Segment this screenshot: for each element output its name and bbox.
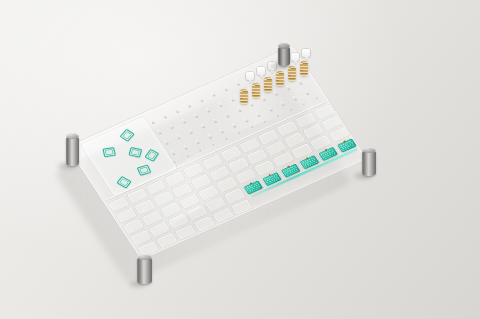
switch-top-housing-piece — [116, 176, 131, 189]
peg-pin — [157, 130, 161, 134]
peg-cell — [229, 76, 243, 87]
peg-pin — [272, 65, 276, 69]
peg-cell — [163, 119, 177, 130]
peg-cell — [226, 118, 240, 129]
hole-dot — [277, 115, 280, 117]
peg-pin — [261, 96, 265, 100]
peg-cell — [181, 98, 195, 109]
peg-pin — [248, 76, 252, 80]
peg-pin — [169, 124, 173, 128]
peg-pin — [274, 91, 278, 95]
peg-cell — [189, 134, 203, 145]
peg-cell — [156, 109, 170, 120]
peg-pin — [268, 107, 272, 111]
peg-pin — [163, 114, 167, 118]
peg-cell — [274, 96, 288, 107]
peg-cell — [212, 97, 226, 108]
peg-pin — [260, 70, 264, 74]
peg-pin — [188, 129, 192, 133]
peg-cell — [231, 102, 245, 113]
hole-dot — [264, 121, 267, 123]
peg-pin — [305, 90, 309, 94]
photo-scene — [0, 0, 480, 319]
peg-cell — [292, 75, 306, 86]
switch-top-housing-piece — [128, 147, 142, 158]
peg-pin — [286, 86, 290, 90]
hole-dot — [173, 161, 176, 163]
peg-cell — [201, 129, 215, 140]
hole-dot — [225, 138, 228, 140]
peg-pin — [150, 119, 154, 123]
peg-cell — [280, 80, 294, 91]
peg-pin — [171, 151, 175, 155]
peg-pin — [207, 134, 211, 138]
peg-cell — [207, 113, 221, 124]
peg-pin — [175, 108, 179, 112]
switch-top-housing-piece — [137, 164, 152, 175]
peg-cell — [250, 107, 264, 118]
peg-cell — [262, 102, 276, 113]
switch-top-housing-piece — [102, 147, 116, 157]
peg-cell — [200, 103, 214, 114]
peg-pin — [284, 59, 288, 63]
peg-cell — [205, 87, 219, 98]
peg-pin — [249, 102, 253, 106]
peg-pin — [244, 118, 248, 122]
peg-pin — [255, 86, 259, 90]
peg-cell — [255, 91, 269, 102]
peg-cell — [266, 59, 280, 70]
peg-pin — [211, 92, 215, 96]
hole-dot — [290, 109, 293, 111]
peg-pin — [236, 81, 240, 85]
peg-cell — [188, 108, 202, 119]
peg-pin — [201, 124, 205, 128]
peg-cell — [236, 86, 250, 97]
peg-pin — [298, 80, 302, 84]
peg-cell — [285, 64, 299, 75]
peg-pin — [232, 123, 236, 127]
peg-cell — [286, 91, 300, 102]
peg-cell — [175, 114, 189, 125]
peg-cell — [193, 92, 207, 103]
peg-cell — [278, 54, 292, 65]
switch-top-housing-piece — [120, 129, 135, 142]
peg-pin — [223, 87, 227, 91]
peg-pin — [194, 113, 198, 117]
peg-pin — [230, 97, 234, 101]
peg-pin — [218, 102, 222, 106]
peg-cell — [238, 112, 252, 123]
peg-pin — [291, 70, 295, 74]
peg-pin — [225, 113, 229, 117]
hole-dot — [186, 155, 189, 157]
peg-cell — [170, 129, 184, 140]
hole-dot — [315, 97, 318, 99]
peg-cell — [224, 92, 238, 103]
peg-pin — [187, 103, 191, 107]
hole-dot — [303, 103, 306, 105]
hole-dot — [199, 150, 202, 152]
peg-cell — [248, 81, 262, 92]
peg-pin — [195, 140, 199, 144]
peg-pin — [293, 96, 297, 100]
peg-pin — [242, 91, 246, 95]
peg-cell — [273, 70, 287, 81]
peg-pin — [279, 75, 283, 79]
peg-pin — [280, 101, 284, 105]
peg-pin — [267, 81, 271, 85]
peg-cell — [254, 65, 268, 76]
peg-pin — [256, 112, 260, 116]
peg-pin — [220, 129, 224, 133]
peg-cell — [243, 97, 257, 108]
peg-cell — [194, 118, 208, 129]
peg-pin — [182, 119, 186, 123]
peg-cell — [261, 75, 275, 86]
peg-cell — [177, 140, 191, 151]
peg-cell — [182, 124, 196, 135]
peg-pin — [237, 107, 241, 111]
peg-pin — [164, 140, 168, 144]
peg-pin — [199, 97, 203, 101]
peg-cell — [299, 85, 313, 96]
hole-dot — [238, 132, 241, 134]
peg-pin — [213, 118, 217, 122]
hole-dot — [212, 144, 215, 146]
peg-cell — [219, 108, 233, 119]
peg-pin — [176, 135, 180, 139]
peg-pin — [183, 145, 187, 149]
peg-cell — [242, 70, 256, 81]
peg-cell — [217, 81, 231, 92]
hole-dot — [251, 126, 254, 128]
peg-cell — [213, 123, 227, 134]
switch-top-housing-piece — [144, 149, 159, 162]
peg-cell — [267, 86, 281, 97]
peg-pin — [206, 108, 210, 112]
peg-cell — [169, 103, 183, 114]
